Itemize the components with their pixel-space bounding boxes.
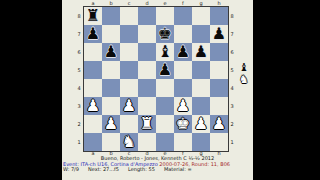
square-g8 [192, 7, 210, 25]
material-white-knight-icon: ♞ [237, 74, 251, 86]
square-f3: ♟ [174, 97, 192, 115]
square-d7 [138, 25, 156, 43]
square-d3 [138, 97, 156, 115]
square-b2: ♟ [102, 115, 120, 133]
square-g3 [192, 97, 210, 115]
piece-bk-e7: ♚ [158, 25, 172, 43]
square-a1 [84, 133, 102, 151]
rank-label-7: 7 [76, 25, 82, 43]
letterbox-left [0, 0, 62, 180]
piece-wp-g2: ♟ [194, 115, 208, 133]
rank-labels-right: 87654321 [229, 7, 235, 151]
square-f1 [174, 133, 192, 151]
square-f4 [174, 79, 192, 97]
square-c1: ♞ [120, 133, 138, 151]
square-g1 [192, 133, 210, 151]
rank-label-6: 6 [76, 43, 82, 61]
square-d6 [138, 43, 156, 61]
rank-label-1: 1 [76, 133, 82, 151]
square-a6 [84, 43, 102, 61]
square-h6 [210, 43, 228, 61]
square-f7 [174, 25, 192, 43]
square-g2: ♟ [192, 115, 210, 133]
square-b8 [102, 7, 120, 25]
square-h5 [210, 61, 228, 79]
square-d8 [138, 7, 156, 25]
caption-next-move: Next: 27...f5 [88, 167, 119, 173]
rank-label-2: 2 [229, 115, 235, 133]
diagram-panel: abcdefgh 87654321 ♜♟♚♟♟♝♟♟♟♟♟♟♟♜♚♟♟♞ 876… [62, 0, 253, 180]
square-e5: ♟ [156, 61, 174, 79]
square-e8 [156, 7, 174, 25]
square-c6 [120, 43, 138, 61]
chess-board: ♜♟♚♟♟♝♟♟♟♟♟♟♟♜♚♟♟♞ [83, 6, 229, 152]
square-h2: ♟ [210, 115, 228, 133]
square-e4 [156, 79, 174, 97]
rank-label-8: 8 [76, 7, 82, 25]
piece-bp-e5: ♟ [158, 61, 172, 79]
rank-label-4: 4 [229, 79, 235, 97]
rank-label-3: 3 [229, 97, 235, 115]
rank-label-4: 4 [76, 79, 82, 97]
rank-label-8: 8 [229, 7, 235, 25]
caption-score: W: 7/9 [63, 167, 79, 173]
caption-material: Material: = [164, 167, 192, 173]
piece-wk-f2: ♚ [176, 115, 190, 133]
piece-wp-b2: ♟ [104, 115, 118, 133]
square-h7: ♟ [210, 25, 228, 43]
piece-bp-h7: ♟ [212, 25, 226, 43]
square-d4 [138, 79, 156, 97]
rank-label-5: 5 [229, 61, 235, 79]
piece-wp-f3: ♟ [176, 97, 190, 115]
letterbox-right [253, 0, 320, 180]
square-b7 [102, 25, 120, 43]
square-a7: ♟ [84, 25, 102, 43]
square-c4 [120, 79, 138, 97]
square-e1 [156, 133, 174, 151]
piece-br-a8: ♜ [86, 7, 100, 25]
square-h3 [210, 97, 228, 115]
square-c7 [120, 25, 138, 43]
rank-label-1: 1 [229, 133, 235, 151]
square-c3: ♟ [120, 97, 138, 115]
caption: Bueno, Roberto - Jones, Kenneth C ½-½ 20… [62, 156, 253, 173]
square-a5 [84, 61, 102, 79]
rank-label-3: 3 [76, 97, 82, 115]
square-f2: ♚ [174, 115, 192, 133]
square-a8: ♜ [84, 7, 102, 25]
rank-label-2: 2 [76, 115, 82, 133]
rank-label-6: 6 [229, 43, 235, 61]
piece-bp-b6: ♟ [104, 43, 118, 61]
square-b6: ♟ [102, 43, 120, 61]
square-f6: ♟ [174, 43, 192, 61]
square-b5 [102, 61, 120, 79]
square-g6: ♟ [192, 43, 210, 61]
piece-wp-a3: ♟ [86, 97, 100, 115]
rank-labels-left: 87654321 [76, 7, 82, 151]
piece-wp-c3: ♟ [122, 97, 136, 115]
square-c5 [120, 61, 138, 79]
material-indicator: ♝ ♞ [237, 62, 251, 86]
caption-length: Length: 55 [128, 167, 155, 173]
square-e2 [156, 115, 174, 133]
piece-wp-h2: ♟ [212, 115, 226, 133]
piece-wn-c1: ♞ [122, 133, 136, 151]
square-a2 [84, 115, 102, 133]
square-d5 [138, 61, 156, 79]
square-b4 [102, 79, 120, 97]
caption-stats: W: 7/9 Next: 27...f5 Length: 55 Material… [62, 167, 253, 173]
square-c2 [120, 115, 138, 133]
square-c8 [120, 7, 138, 25]
square-f8 [174, 7, 192, 25]
square-e3 [156, 97, 174, 115]
piece-bp-a7: ♟ [86, 25, 100, 43]
square-g5 [192, 61, 210, 79]
square-h8 [210, 7, 228, 25]
rank-label-7: 7 [229, 25, 235, 43]
square-g7 [192, 25, 210, 43]
square-b1 [102, 133, 120, 151]
square-h1 [210, 133, 228, 151]
square-h4 [210, 79, 228, 97]
square-d1 [138, 133, 156, 151]
piece-bp-f6: ♟ [176, 43, 190, 61]
square-g4 [192, 79, 210, 97]
square-e6: ♝ [156, 43, 174, 61]
piece-bp-g6: ♟ [194, 43, 208, 61]
piece-bb-e6: ♝ [158, 43, 172, 61]
square-b3 [102, 97, 120, 115]
square-a4 [84, 79, 102, 97]
square-d2: ♜ [138, 115, 156, 133]
square-a3: ♟ [84, 97, 102, 115]
rank-label-5: 5 [76, 61, 82, 79]
piece-wr-d2: ♜ [140, 115, 154, 133]
square-e7: ♚ [156, 25, 174, 43]
square-f5 [174, 61, 192, 79]
